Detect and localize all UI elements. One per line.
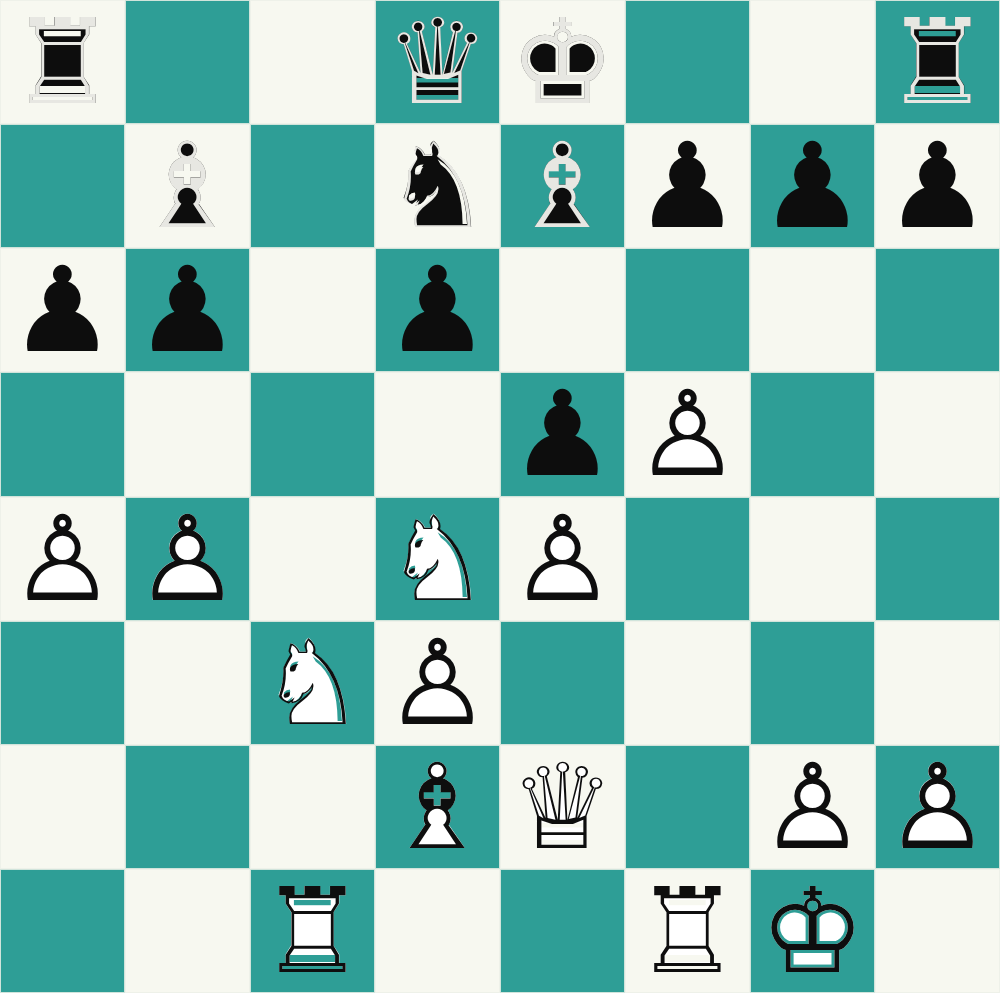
square-g1[interactable]: ♚♔ [750,869,875,993]
black-pawn-glyph: ♟ [500,372,625,496]
square-c1[interactable]: ♜♖ [250,869,375,993]
piece-black-rook-h8: ♜♖ [875,0,1000,124]
piece-white-pawn-a4: ♟♙ [0,497,125,621]
white-pawn-glyph: ♟ [375,621,500,745]
piece-black-pawn-f7: ♟ [625,124,750,248]
piece-black-pawn-b6: ♟ [125,248,250,372]
square-b1[interactable] [125,869,250,993]
square-g5[interactable] [750,372,875,496]
black-pawn-glyph: ♟ [625,124,750,248]
piece-white-pawn-e4: ♟♙ [500,497,625,621]
black-pawn-glyph: ♟ [875,124,1000,248]
piece-white-pawn-h2: ♟♙ [875,745,1000,869]
square-f3[interactable] [625,621,750,745]
piece-black-pawn-h7: ♟ [875,124,1000,248]
square-g4[interactable] [750,497,875,621]
square-c4[interactable] [250,497,375,621]
black-king-detail-glyph: ♔ [500,0,625,124]
white-rook-detail-glyph: ♖ [625,869,750,993]
square-g8[interactable] [750,0,875,124]
black-bishop-detail-glyph: ♗ [500,124,625,248]
black-bishop-detail-glyph: ♗ [125,124,250,248]
square-c7[interactable] [250,124,375,248]
piece-black-rook-a8: ♜♖ [0,0,125,124]
white-knight-glyph: ♞ [250,621,375,745]
black-queen-glyph: ♛ [375,0,500,124]
piece-black-pawn-d6: ♟ [375,248,500,372]
square-a7[interactable] [0,124,125,248]
black-pawn-glyph: ♟ [0,248,125,372]
square-a6[interactable]: ♟ [0,248,125,372]
piece-white-queen-e2: ♛♕ [500,745,625,869]
square-c3[interactable]: ♞♘ [250,621,375,745]
square-h7[interactable]: ♟ [875,124,1000,248]
square-c5[interactable] [250,372,375,496]
square-e3[interactable] [500,621,625,745]
white-pawn-detail-glyph: ♙ [875,745,1000,869]
piece-white-king-g1: ♚♔ [750,869,875,993]
square-a5[interactable] [0,372,125,496]
black-pawn-glyph: ♟ [375,248,500,372]
white-knight-detail-glyph: ♘ [250,621,375,745]
square-e2[interactable]: ♛♕ [500,745,625,869]
white-pawn-detail-glyph: ♙ [125,497,250,621]
square-d7[interactable]: ♞♘ [375,124,500,248]
chess-board: ♜♖♛♕♚♔♜♖♝♗♞♘♝♗♟♟♟♟♟♟♟♟♙♟♙♟♙♞♘♟♙♞♘♟♙♝♗♛♕♟… [0,0,1000,993]
square-f2[interactable] [625,745,750,869]
square-f1[interactable]: ♜♖ [625,869,750,993]
white-rook-glyph: ♜ [250,869,375,993]
square-e1[interactable] [500,869,625,993]
white-pawn-glyph: ♟ [500,497,625,621]
white-pawn-detail-glyph: ♙ [500,497,625,621]
square-a4[interactable]: ♟♙ [0,497,125,621]
square-b3[interactable] [125,621,250,745]
white-bishop-detail-glyph: ♗ [375,745,500,869]
white-rook-detail-glyph: ♖ [250,869,375,993]
square-d1[interactable] [375,869,500,993]
square-c6[interactable] [250,248,375,372]
square-d2[interactable]: ♝♗ [375,745,500,869]
piece-black-queen-d8: ♛♕ [375,0,500,124]
piece-white-knight-d4: ♞♘ [375,497,500,621]
square-a2[interactable] [0,745,125,869]
piece-black-pawn-a6: ♟ [0,248,125,372]
piece-white-rook-f1: ♜♖ [625,869,750,993]
piece-white-rook-c1: ♜♖ [250,869,375,993]
black-rook-glyph: ♜ [0,0,125,124]
square-f6[interactable] [625,248,750,372]
white-pawn-detail-glyph: ♙ [750,745,875,869]
piece-black-pawn-g7: ♟ [750,124,875,248]
white-pawn-glyph: ♟ [125,497,250,621]
white-pawn-detail-glyph: ♙ [0,497,125,621]
square-d8[interactable]: ♛♕ [375,0,500,124]
white-pawn-glyph: ♟ [875,745,1000,869]
piece-black-pawn-e5: ♟ [500,372,625,496]
square-h1[interactable] [875,869,1000,993]
square-g7[interactable]: ♟ [750,124,875,248]
square-e6[interactable] [500,248,625,372]
square-b5[interactable] [125,372,250,496]
piece-white-pawn-g2: ♟♙ [750,745,875,869]
square-g2[interactable]: ♟♙ [750,745,875,869]
black-pawn-glyph: ♟ [125,248,250,372]
black-bishop-glyph: ♝ [500,124,625,248]
square-h4[interactable] [875,497,1000,621]
white-knight-glyph: ♞ [375,497,500,621]
square-d3[interactable]: ♟♙ [375,621,500,745]
black-rook-detail-glyph: ♖ [875,0,1000,124]
black-king-glyph: ♚ [500,0,625,124]
piece-white-pawn-b4: ♟♙ [125,497,250,621]
black-pawn-glyph: ♟ [750,124,875,248]
piece-black-knight-d7: ♞♘ [375,124,500,248]
square-f5[interactable]: ♟♙ [625,372,750,496]
square-d4[interactable]: ♞♘ [375,497,500,621]
square-h8[interactable]: ♜♖ [875,0,1000,124]
square-e8[interactable]: ♚♔ [500,0,625,124]
white-queen-glyph: ♛ [500,745,625,869]
black-rook-glyph: ♜ [875,0,1000,124]
square-f8[interactable] [625,0,750,124]
white-pawn-glyph: ♟ [750,745,875,869]
white-rook-glyph: ♜ [625,869,750,993]
square-e7[interactable]: ♝♗ [500,124,625,248]
square-b2[interactable] [125,745,250,869]
square-h2[interactable]: ♟♙ [875,745,1000,869]
square-a1[interactable] [0,869,125,993]
white-queen-detail-glyph: ♕ [500,745,625,869]
white-pawn-glyph: ♟ [0,497,125,621]
square-b6[interactable]: ♟ [125,248,250,372]
piece-black-bishop-b7: ♝♗ [125,124,250,248]
square-h3[interactable] [875,621,1000,745]
square-d5[interactable] [375,372,500,496]
piece-black-bishop-e7: ♝♗ [500,124,625,248]
white-king-detail-glyph: ♔ [750,869,875,993]
black-knight-detail-glyph: ♘ [375,124,500,248]
square-h5[interactable] [875,372,1000,496]
white-pawn-glyph: ♟ [625,372,750,496]
piece-white-bishop-d2: ♝♗ [375,745,500,869]
black-knight-glyph: ♞ [375,124,500,248]
square-g3[interactable] [750,621,875,745]
black-bishop-glyph: ♝ [125,124,250,248]
black-rook-detail-glyph: ♖ [0,0,125,124]
square-e4[interactable]: ♟♙ [500,497,625,621]
square-a3[interactable] [0,621,125,745]
white-knight-detail-glyph: ♘ [375,497,500,621]
white-pawn-detail-glyph: ♙ [375,621,500,745]
square-h6[interactable] [875,248,1000,372]
square-c8[interactable] [250,0,375,124]
square-b7[interactable]: ♝♗ [125,124,250,248]
white-bishop-glyph: ♝ [375,745,500,869]
square-e5[interactable]: ♟ [500,372,625,496]
square-g6[interactable] [750,248,875,372]
piece-black-king-e8: ♚♔ [500,0,625,124]
square-b4[interactable]: ♟♙ [125,497,250,621]
square-a8[interactable]: ♜♖ [0,0,125,124]
black-queen-detail-glyph: ♕ [375,0,500,124]
square-d6[interactable]: ♟ [375,248,500,372]
piece-white-pawn-f5: ♟♙ [625,372,750,496]
piece-white-knight-c3: ♞♘ [250,621,375,745]
square-b8[interactable] [125,0,250,124]
square-f4[interactable] [625,497,750,621]
white-pawn-detail-glyph: ♙ [625,372,750,496]
white-king-glyph: ♚ [750,869,875,993]
piece-white-pawn-d3: ♟♙ [375,621,500,745]
square-f7[interactable]: ♟ [625,124,750,248]
square-c2[interactable] [250,745,375,869]
